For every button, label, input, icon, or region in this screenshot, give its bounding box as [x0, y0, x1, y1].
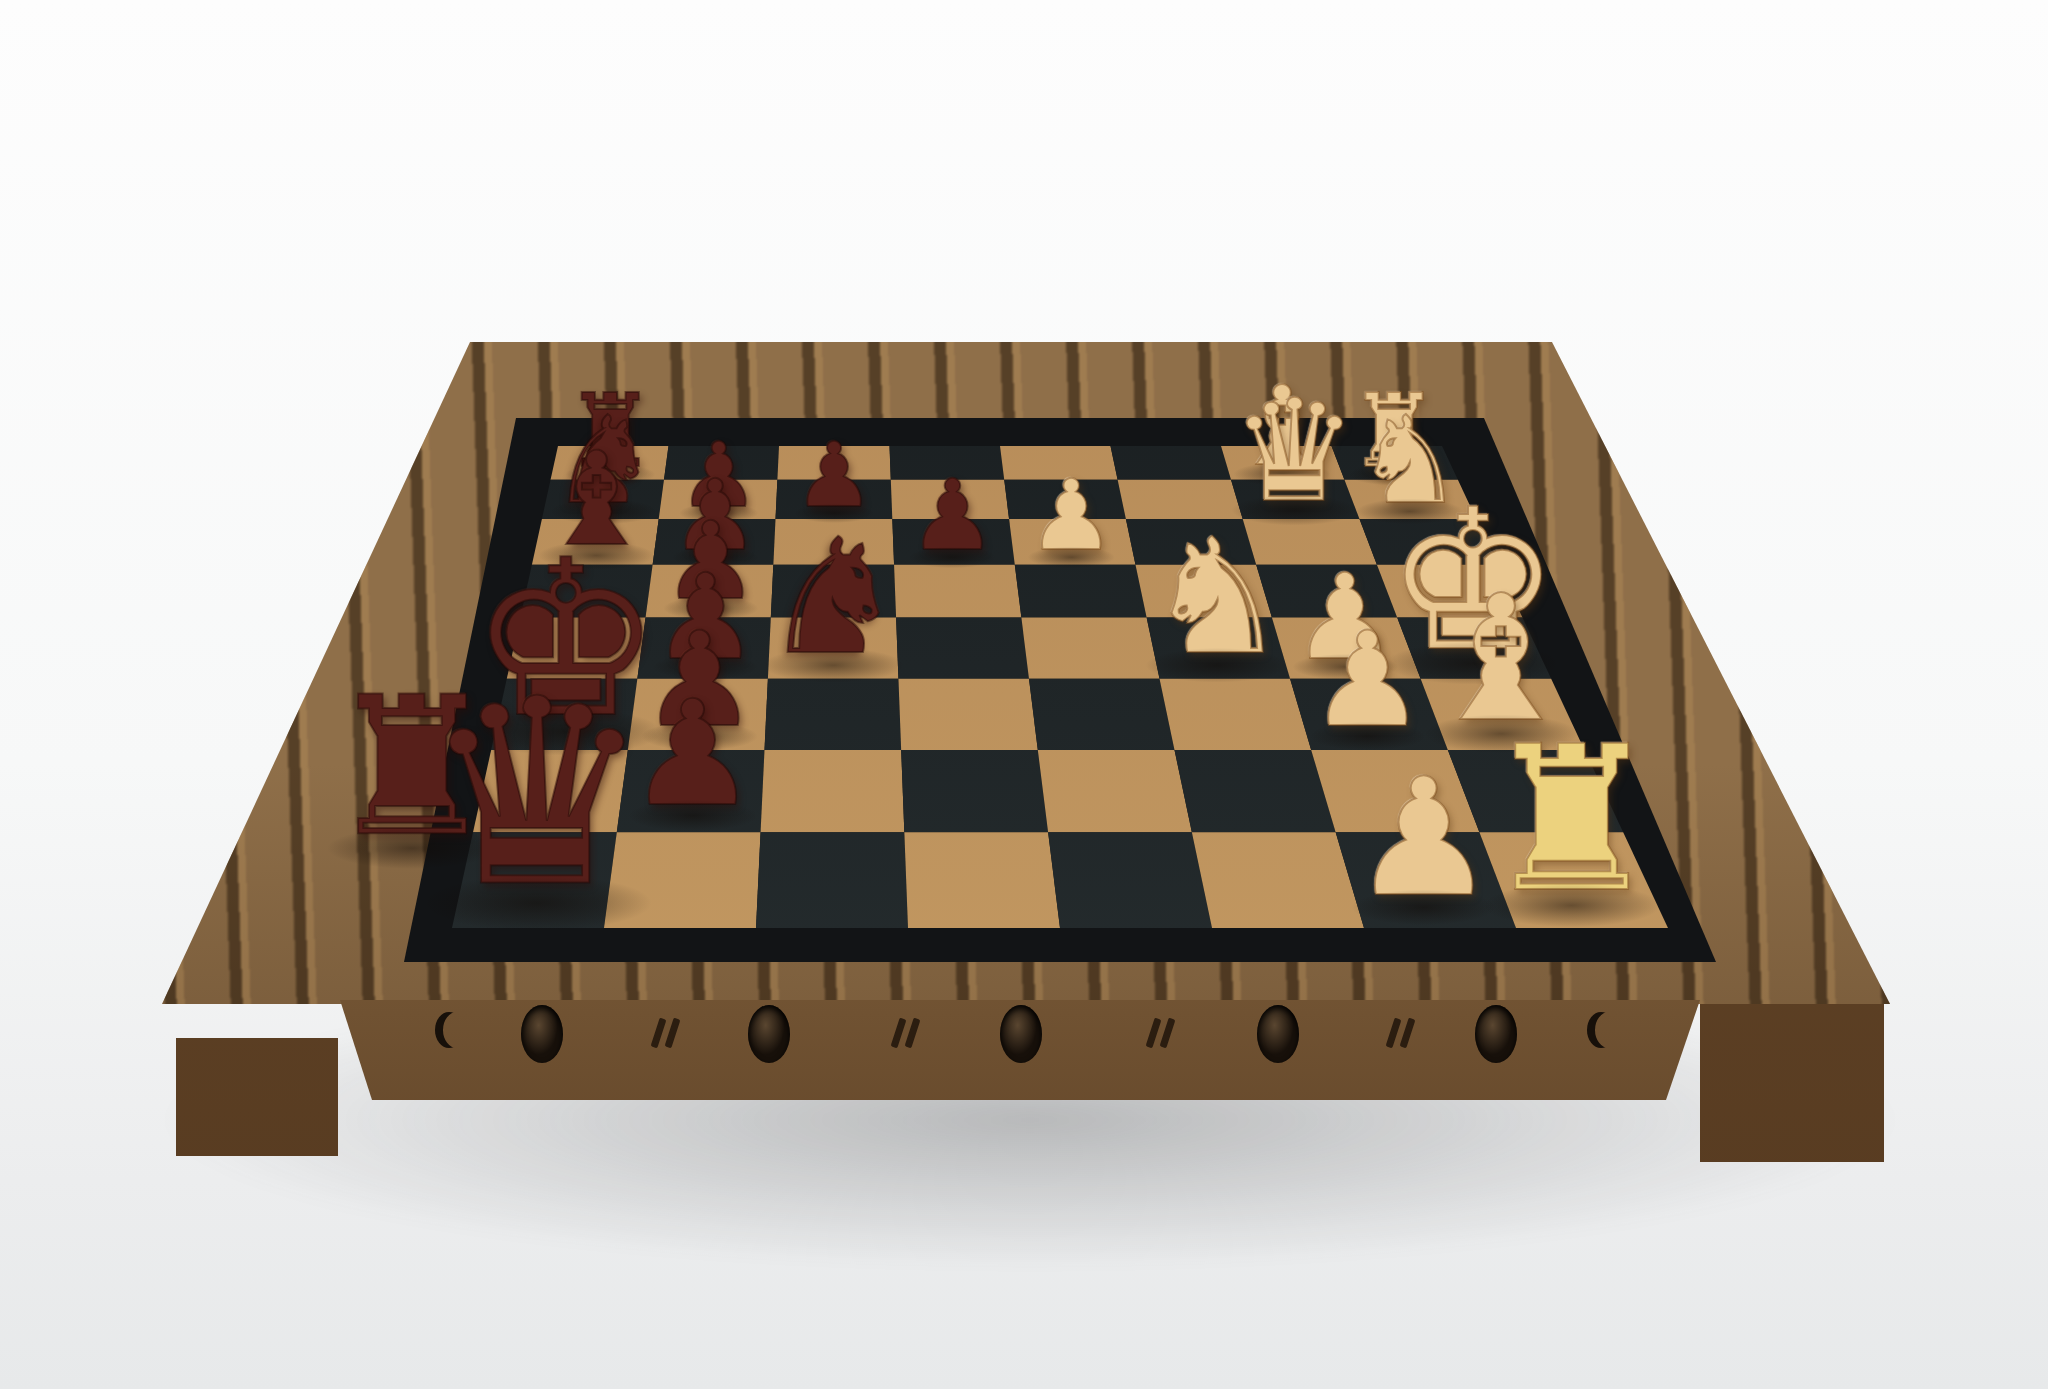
dark-knight-e6[interactable]: ♞ — [762, 522, 905, 673]
apron-hole-2 — [748, 1005, 790, 1063]
piece-contact-shadow — [1481, 884, 1662, 928]
apron-hole-5 — [1475, 1005, 1517, 1063]
light-pawn-c4[interactable]: ♟ — [1028, 469, 1115, 562]
chess-product-photo: ♜♜♝♞♟♟♞♛♝♟♟♟♟♟♞♚♟♞♚♟♝♟♟♛♜♟♜ — [0, 0, 2048, 1389]
apron-hole-3 — [1000, 1005, 1042, 1063]
light-pawn-f2[interactable]: ♟ — [1309, 618, 1426, 742]
light-queen-b2[interactable]: ♛ — [1231, 383, 1358, 517]
light-knight-e3[interactable]: ♞ — [1146, 522, 1289, 673]
apron-crescent-carving — [1587, 1012, 1615, 1048]
piece-contact-shadow — [909, 546, 997, 567]
apron-hole-4 — [1257, 1005, 1299, 1063]
dark-piece-glyph: ♞ — [762, 522, 905, 673]
apron-hole-1 — [521, 1005, 563, 1063]
light-pawn-h2[interactable]: ♟ — [1351, 761, 1497, 916]
dark-pawn-c5[interactable]: ♟ — [909, 469, 996, 562]
light-rook-h1[interactable]: ♜ — [1482, 725, 1662, 916]
piece-contact-shadow — [1350, 890, 1497, 926]
apron-crescent-carving — [435, 1012, 463, 1048]
piece-contact-shadow — [1145, 648, 1288, 683]
dark-queen-h8[interactable]: ♛ — [421, 671, 652, 916]
piece-contact-shadow — [1027, 546, 1115, 567]
piece-contact-shadow — [421, 875, 653, 932]
